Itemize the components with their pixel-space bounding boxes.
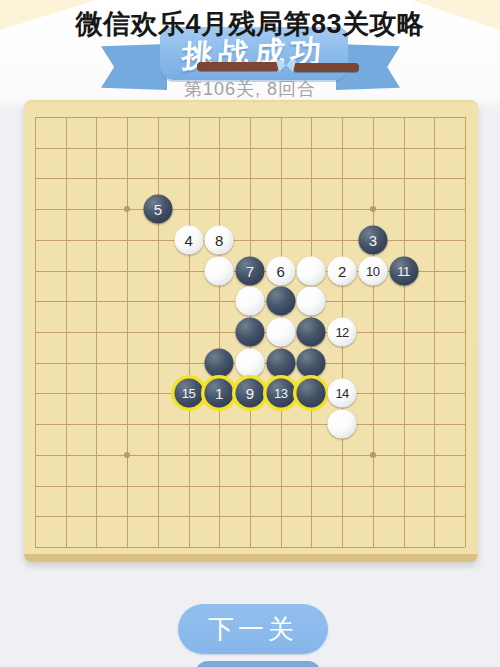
board-gridline-vertical — [465, 117, 466, 547]
black-stone — [297, 379, 326, 408]
board-gridline-horizontal — [35, 516, 465, 517]
gomoku-board: 548376210111215191314 — [24, 100, 478, 562]
black-stone-move-3: 3 — [358, 225, 387, 254]
white-stone — [205, 256, 234, 285]
board-star-point — [124, 452, 130, 458]
white-stone-move-2: 2 — [328, 256, 357, 285]
board-gridline-vertical — [434, 117, 435, 547]
black-stone-move-5: 5 — [143, 195, 172, 224]
white-stone — [236, 348, 265, 377]
black-stone — [297, 348, 326, 377]
black-stone-move-13: 13 — [266, 379, 295, 408]
black-stone — [205, 348, 234, 377]
white-stone — [236, 287, 265, 316]
white-stone — [297, 287, 326, 316]
level-round-subtitle: 第106关, 8回合 — [0, 77, 500, 101]
black-stone — [297, 318, 326, 347]
white-stone — [297, 256, 326, 285]
board-gridline-horizontal — [35, 547, 465, 548]
black-stone-move-11: 11 — [389, 256, 418, 285]
board-gridline-horizontal — [35, 486, 465, 487]
board-gridline-vertical — [404, 117, 405, 547]
white-stone-move-10: 10 — [358, 256, 387, 285]
black-stone — [236, 318, 265, 347]
board-gridline-vertical — [373, 117, 374, 547]
board-gridline-horizontal — [35, 424, 465, 425]
board-gridline-horizontal — [35, 455, 465, 456]
white-stone-move-6: 6 — [266, 256, 295, 285]
white-stone — [328, 410, 357, 439]
white-stone-move-4: 4 — [174, 225, 203, 254]
black-stone — [266, 287, 295, 316]
ribbon-knot-bar-left — [197, 62, 279, 71]
board-star-point — [370, 206, 376, 212]
board-star-point — [370, 452, 376, 458]
white-stone-move-12: 12 — [328, 318, 357, 347]
board-star-point — [124, 206, 130, 212]
black-stone-move-9: 9 — [236, 379, 265, 408]
black-stone-move-15: 15 — [174, 379, 203, 408]
white-stone-move-14: 14 — [328, 379, 357, 408]
black-stone-move-7: 7 — [236, 256, 265, 285]
ribbon-knot-bar-right — [293, 63, 359, 72]
white-stone — [266, 318, 295, 347]
bottom-partial-button[interactable] — [195, 661, 321, 667]
white-stone-move-8: 8 — [205, 225, 234, 254]
next-level-button[interactable]: 下一关 — [178, 604, 328, 654]
page-title: 微信欢乐4月残局第83关攻略 — [0, 6, 500, 42]
black-stone — [266, 348, 295, 377]
black-stone-move-1: 1 — [205, 379, 234, 408]
